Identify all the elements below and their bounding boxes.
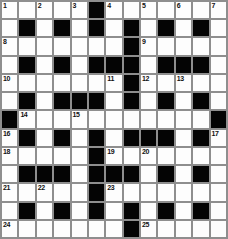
cell-r2c5[interactable] (72, 20, 87, 36)
cell-r1c8[interactable] (124, 2, 139, 18)
cell-r3c2[interactable] (19, 38, 34, 54)
cell-r3c11[interactable] (176, 38, 191, 54)
cell-r5c6[interactable] (89, 75, 104, 91)
black-cell-r12c10 (158, 203, 173, 219)
clue-number-21: 21 (3, 184, 10, 192)
clue-number-24: 24 (3, 221, 10, 229)
black-cell-r8c12 (193, 130, 208, 146)
cell-r7c3[interactable] (37, 111, 52, 127)
cell-r9c7[interactable]: 19 (106, 148, 121, 164)
cell-r3c9[interactable]: 9 (141, 38, 156, 54)
cell-r11c13[interactable] (211, 184, 226, 200)
clue-number-25: 25 (142, 221, 149, 229)
cell-r9c13[interactable] (211, 148, 226, 164)
black-cell-r7c13 (211, 111, 226, 127)
clue-number-8: 8 (3, 38, 7, 46)
black-cell-r3c8 (124, 38, 139, 54)
black-cell-r10c3 (37, 166, 52, 182)
black-cell-r2c2 (19, 20, 34, 36)
cell-r3c13[interactable] (211, 38, 226, 54)
cell-r5c13[interactable] (211, 75, 226, 91)
cell-r10c13[interactable] (211, 166, 226, 182)
cell-r10c11[interactable] (176, 166, 191, 182)
cell-r4c9[interactable] (141, 57, 156, 73)
cell-r4c13[interactable] (211, 57, 226, 73)
black-cell-r10c7 (106, 166, 121, 182)
cell-r7c2[interactable]: 14 (19, 111, 34, 127)
cell-r13c1[interactable]: 24 (2, 221, 17, 237)
cell-r1c7[interactable]: 4 (106, 2, 121, 18)
cell-r1c9[interactable]: 5 (141, 2, 156, 18)
cell-r3c10[interactable] (158, 38, 173, 54)
cell-r6c7[interactable] (106, 93, 121, 109)
cell-r12c3[interactable] (37, 203, 52, 219)
cell-r3c3[interactable] (37, 38, 52, 54)
clue-number-12: 12 (142, 75, 149, 83)
cell-r5c11[interactable]: 13 (176, 75, 191, 91)
clue-number-3: 3 (73, 2, 77, 10)
clue-number-16: 16 (3, 130, 10, 138)
black-cell-r7c1 (2, 111, 17, 127)
cell-r1c1[interactable]: 1 (2, 2, 17, 18)
cell-r1c5[interactable]: 3 (72, 2, 87, 18)
cell-r11c11[interactable] (176, 184, 191, 200)
cell-r11c9[interactable] (141, 184, 156, 200)
cell-r12c11[interactable] (176, 203, 191, 219)
cell-r4c1[interactable] (2, 57, 17, 73)
cell-r3c4[interactable] (54, 38, 69, 54)
cell-r11c10[interactable] (158, 184, 173, 200)
clue-number-2: 2 (38, 2, 42, 10)
cell-r9c4[interactable] (54, 148, 69, 164)
clue-number-17: 17 (212, 130, 219, 138)
cell-r1c10[interactable] (158, 2, 173, 18)
black-cell-r10c12 (193, 166, 208, 182)
cell-r9c5[interactable] (72, 148, 87, 164)
black-cell-r2c4 (54, 20, 69, 36)
black-cell-r6c6 (89, 93, 104, 109)
cell-r11c2[interactable] (19, 184, 34, 200)
cell-r7c4[interactable] (54, 111, 69, 127)
cell-r13c2[interactable] (19, 221, 34, 237)
black-cell-r2c6 (89, 20, 104, 36)
black-cell-r12c2 (19, 203, 34, 219)
cell-r13c13[interactable] (211, 221, 226, 237)
clue-number-10: 10 (3, 75, 10, 83)
cell-r6c1[interactable] (2, 93, 17, 109)
cell-r2c9[interactable] (141, 20, 156, 36)
cell-r12c7[interactable] (106, 203, 121, 219)
cell-r12c13[interactable] (211, 203, 226, 219)
black-cell-r10c6 (89, 166, 104, 182)
cell-r10c9[interactable] (141, 166, 156, 182)
cell-r5c2[interactable] (19, 75, 34, 91)
cell-r11c8[interactable] (124, 184, 139, 200)
cell-r5c5[interactable] (72, 75, 87, 91)
cell-r5c12[interactable] (193, 75, 208, 91)
cell-r1c11[interactable]: 6 (176, 2, 191, 18)
black-cell-r13c8 (124, 221, 139, 237)
cell-r12c5[interactable] (72, 203, 87, 219)
cell-r1c12[interactable] (193, 2, 208, 18)
cell-r2c7[interactable] (106, 20, 121, 36)
clue-number-23: 23 (107, 184, 114, 192)
cell-r9c1[interactable]: 18 (2, 148, 17, 164)
clue-number-15: 15 (73, 111, 80, 119)
cell-r8c3[interactable] (37, 130, 52, 146)
black-cell-r9c6 (89, 148, 104, 164)
cell-r11c4[interactable] (54, 184, 69, 200)
black-cell-r8c4 (54, 130, 69, 146)
cell-r13c3[interactable] (37, 221, 52, 237)
black-cell-r8c2 (19, 130, 34, 146)
cell-r8c1[interactable]: 16 (2, 130, 17, 146)
cell-r13c4[interactable] (54, 221, 69, 237)
black-cell-r1c6 (89, 2, 104, 18)
black-cell-r4c10 (158, 57, 173, 73)
black-cell-r4c12 (193, 57, 208, 73)
black-cell-r11c6 (89, 184, 104, 200)
black-cell-r10c4 (54, 166, 69, 182)
cell-r9c3[interactable] (37, 148, 52, 164)
clue-number-7: 7 (212, 2, 216, 10)
clue-number-20: 20 (142, 148, 149, 156)
black-cell-r4c2 (19, 57, 34, 73)
cell-r7c10[interactable] (158, 111, 173, 127)
cell-r13c7[interactable] (106, 221, 121, 237)
black-cell-r2c10 (158, 20, 173, 36)
cell-r6c11[interactable] (176, 93, 191, 109)
cell-r13c11[interactable] (176, 221, 191, 237)
black-cell-r5c8 (124, 75, 139, 91)
clue-number-19: 19 (107, 148, 114, 156)
cell-r13c6[interactable] (89, 221, 104, 237)
cell-r13c12[interactable] (193, 221, 208, 237)
cell-r6c9[interactable] (141, 93, 156, 109)
cell-r1c2[interactable] (19, 2, 34, 18)
cell-r7c12[interactable] (193, 111, 208, 127)
cell-r3c6[interactable] (89, 38, 104, 54)
cell-r5c9[interactable]: 12 (141, 75, 156, 91)
cell-r5c4[interactable] (54, 75, 69, 91)
black-cell-r6c12 (193, 93, 208, 109)
cell-r6c3[interactable] (37, 93, 52, 109)
cell-r8c5[interactable] (72, 130, 87, 146)
cell-r7c7[interactable] (106, 111, 121, 127)
black-cell-r6c10 (158, 93, 173, 109)
black-cell-r6c4 (54, 93, 69, 109)
cell-r13c5[interactable] (72, 221, 87, 237)
cell-r4c5[interactable] (72, 57, 87, 73)
clue-number-5: 5 (142, 2, 146, 10)
black-cell-r4c7 (106, 57, 121, 73)
black-cell-r10c8 (124, 166, 139, 182)
cell-r7c9[interactable] (141, 111, 156, 127)
cell-r2c3[interactable] (37, 20, 52, 36)
cell-r3c12[interactable] (193, 38, 208, 54)
cell-r9c10[interactable] (158, 148, 173, 164)
black-cell-r4c11 (176, 57, 191, 73)
cell-r12c9[interactable] (141, 203, 156, 219)
cell-r11c7[interactable]: 23 (106, 184, 121, 200)
cell-r5c10[interactable] (158, 75, 173, 91)
cell-r13c10[interactable] (158, 221, 173, 237)
cell-r2c11[interactable] (176, 20, 191, 36)
cell-r3c5[interactable] (72, 38, 87, 54)
black-cell-r4c6 (89, 57, 104, 73)
black-cell-r10c10 (158, 166, 173, 182)
cell-r11c5[interactable] (72, 184, 87, 200)
cell-r9c2[interactable] (19, 148, 34, 164)
cell-r6c13[interactable] (211, 93, 226, 109)
black-cell-r8c6 (89, 130, 104, 146)
cell-r9c9[interactable]: 20 (141, 148, 156, 164)
cell-r5c7[interactable]: 11 (106, 75, 121, 91)
cell-r2c13[interactable] (211, 20, 226, 36)
black-cell-r12c12 (193, 203, 208, 219)
clue-number-1: 1 (3, 2, 7, 10)
cell-r9c12[interactable] (193, 148, 208, 164)
clue-number-18: 18 (3, 148, 10, 156)
black-cell-r10c2 (19, 166, 34, 182)
cell-r12c1[interactable] (2, 203, 17, 219)
black-cell-r8c8 (124, 130, 139, 146)
clue-number-22: 22 (38, 184, 45, 192)
cell-r7c11[interactable] (176, 111, 191, 127)
black-cell-r2c8 (124, 20, 139, 36)
crossword-grid: 1234567891011121314151617181920212223242… (0, 0, 228, 239)
cell-r9c11[interactable] (176, 148, 191, 164)
cell-r5c3[interactable] (37, 75, 52, 91)
cell-r1c13[interactable]: 7 (211, 2, 226, 18)
black-cell-r6c2 (19, 93, 34, 109)
cell-r11c1[interactable]: 21 (2, 184, 17, 200)
cell-r7c5[interactable]: 15 (72, 111, 87, 127)
black-cell-r12c8 (124, 203, 139, 219)
black-cell-r12c4 (54, 203, 69, 219)
clue-number-13: 13 (177, 75, 184, 83)
black-cell-r8c10 (158, 130, 173, 146)
cell-r2c1[interactable] (2, 20, 17, 36)
cell-r3c1[interactable]: 8 (2, 38, 17, 54)
black-cell-r4c8 (124, 57, 139, 73)
black-cell-r2c12 (193, 20, 208, 36)
cell-r13c9[interactable]: 25 (141, 221, 156, 237)
cell-r3c7[interactable] (106, 38, 121, 54)
cell-r5c1[interactable]: 10 (2, 75, 17, 91)
cell-r1c4[interactable] (54, 2, 69, 18)
cell-r4c3[interactable] (37, 57, 52, 73)
black-cell-r12c6 (89, 203, 104, 219)
cell-r8c11[interactable] (176, 130, 191, 146)
clue-number-4: 4 (107, 2, 111, 10)
cell-r10c5[interactable] (72, 166, 87, 182)
cell-r11c12[interactable] (193, 184, 208, 200)
black-cell-r6c8 (124, 93, 139, 109)
clue-number-9: 9 (142, 38, 146, 46)
clue-number-11: 11 (107, 75, 114, 83)
cell-r7c6[interactable] (89, 111, 104, 127)
black-cell-r4c4 (54, 57, 69, 73)
cell-r9c8[interactable] (124, 148, 139, 164)
cell-r8c7[interactable] (106, 130, 121, 146)
cell-r1c3[interactable]: 2 (37, 2, 52, 18)
clue-number-6: 6 (177, 2, 181, 10)
black-cell-r6c5 (72, 93, 87, 109)
black-cell-r8c9 (141, 130, 156, 146)
cell-r8c13[interactable]: 17 (211, 130, 226, 146)
clue-number-14: 14 (20, 111, 27, 119)
cell-r7c8[interactable] (124, 111, 139, 127)
cell-r10c1[interactable] (2, 166, 17, 182)
cell-r11c3[interactable]: 22 (37, 184, 52, 200)
